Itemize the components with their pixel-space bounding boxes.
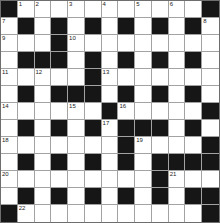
black-cell-0-0 [1,1,18,18]
cell-5-6[interactable] [102,86,119,103]
cell-7-12[interactable] [202,120,219,137]
clue-number-13: 13 [103,69,110,76]
cell-9-8[interactable] [135,154,152,171]
cell-9-2[interactable] [35,154,52,171]
clue-number-2: 2 [36,1,39,8]
cell-12-9[interactable] [152,205,169,222]
clue-number-15: 15 [69,103,76,110]
cell-0-2[interactable]: 2 [35,1,52,18]
clue-number-8: 8 [203,18,206,25]
cell-2-4[interactable]: 10 [68,35,85,52]
clue-number-11: 11 [2,69,8,76]
black-cell-11-3 [51,188,68,205]
cell-6-10[interactable] [169,103,186,120]
cell-0-4[interactable]: 3 [68,1,85,18]
black-cell-9-3 [51,154,68,171]
cell-4-1[interactable] [18,69,35,86]
clue-number-22: 22 [19,205,26,212]
cell-4-9[interactable] [152,69,169,86]
cell-2-2[interactable] [35,35,52,52]
black-cell-9-7 [118,154,135,171]
cell-1-12[interactable]: 8 [202,18,219,35]
cell-11-8[interactable] [135,188,152,205]
crossword-board: 12345678910111213141516171819202122 [0,0,220,223]
clue-number-4: 4 [103,1,106,8]
black-cell-9-9 [152,154,169,171]
cell-3-6[interactable] [102,52,119,69]
black-cell-5-11 [185,86,202,103]
cell-9-4[interactable] [68,154,85,171]
cell-4-8[interactable] [135,69,152,86]
cell-3-10[interactable] [169,52,186,69]
black-cell-5-3 [51,86,68,103]
cell-10-0[interactable]: 20 [1,171,18,188]
black-cell-7-9 [152,120,169,137]
cell-6-1[interactable] [18,103,35,120]
cell-8-5[interactable] [85,137,102,154]
clue-number-19: 19 [136,137,143,144]
cell-10-12[interactable] [202,171,219,188]
clue-number-10: 10 [69,35,76,42]
cell-2-9[interactable] [152,35,169,52]
black-cell-1-7 [118,18,135,35]
clue-number-7: 7 [2,18,5,25]
black-cell-1-5 [85,18,102,35]
cell-10-4[interactable] [68,171,85,188]
clue-number-16: 16 [119,103,126,110]
cell-12-4[interactable] [68,205,85,222]
cell-8-10[interactable] [169,137,186,154]
black-cell-5-7 [118,86,135,103]
cell-6-3[interactable] [51,103,68,120]
black-cell-5-4 [68,86,85,103]
cell-8-3[interactable] [51,137,68,154]
black-cell-5-9 [152,86,169,103]
black-cell-2-3 [51,35,68,52]
cell-10-10[interactable]: 21 [169,171,186,188]
cell-2-7[interactable] [118,35,135,52]
cell-7-6[interactable]: 17 [102,120,119,137]
cell-4-10[interactable] [169,69,186,86]
cell-4-4[interactable] [68,69,85,86]
cell-7-2[interactable] [35,120,52,137]
cell-10-2[interactable] [35,171,52,188]
cell-8-9[interactable] [152,137,169,154]
cell-3-0[interactable] [1,52,18,69]
cell-4-6[interactable]: 13 [102,69,119,86]
black-cell-11-12 [202,188,219,205]
crossword-page: 12345678910111213141516171819202122 [0,0,220,223]
cell-2-11[interactable] [185,35,202,52]
black-cell-3-11 [185,52,202,69]
black-cell-7-5 [85,120,102,137]
black-cell-8-7 [118,137,135,154]
cell-12-1[interactable]: 22 [18,205,35,222]
cell-2-12[interactable] [202,35,219,52]
cell-10-8[interactable] [135,171,152,188]
cell-3-4[interactable] [68,52,85,69]
cell-4-0[interactable]: 11 [1,69,18,86]
cell-12-8[interactable] [135,205,152,222]
cell-7-4[interactable] [68,120,85,137]
cell-6-8[interactable] [135,103,152,120]
cell-7-10[interactable] [169,120,186,137]
cell-8-0[interactable]: 18 [1,137,18,154]
cell-4-12[interactable] [202,69,219,86]
cell-5-10[interactable] [169,86,186,103]
black-cell-11-1 [18,188,35,205]
clue-number-17: 17 [103,120,110,127]
cell-8-1[interactable] [18,137,35,154]
black-cell-1-9 [152,18,169,35]
cell-12-10[interactable] [169,205,186,222]
cell-1-10[interactable] [169,18,186,35]
clue-number-1: 1 [19,1,22,8]
cell-6-0[interactable]: 14 [1,103,18,120]
cell-2-1[interactable] [18,35,35,52]
black-cell-9-10 [169,154,186,171]
black-cell-3-9 [152,52,169,69]
black-cell-0-12 [202,1,219,18]
cell-2-10[interactable] [169,35,186,52]
cell-11-4[interactable] [68,188,85,205]
black-cell-9-12 [202,154,219,171]
cell-9-6[interactable] [102,154,119,171]
black-cell-11-7 [118,188,135,205]
cell-4-11[interactable] [185,69,202,86]
cell-12-11[interactable] [185,205,202,222]
cell-6-11[interactable] [185,103,202,120]
cell-4-7[interactable] [118,69,135,86]
cell-5-12[interactable] [202,86,219,103]
cell-9-0[interactable] [1,154,18,171]
black-cell-3-2 [35,52,52,69]
black-cell-7-3 [51,120,68,137]
cell-12-2[interactable] [35,205,52,222]
cell-2-0[interactable]: 9 [1,35,18,52]
cell-11-6[interactable] [102,188,119,205]
cell-12-3[interactable] [51,205,68,222]
black-cell-7-7 [118,120,135,137]
clue-number-12: 12 [36,69,43,76]
cell-0-8[interactable]: 5 [135,1,152,18]
cell-0-10[interactable]: 6 [169,1,186,18]
cell-11-2[interactable] [35,188,52,205]
clue-number-3: 3 [69,1,72,8]
clue-number-6: 6 [170,1,173,8]
cell-4-3[interactable] [51,69,68,86]
cell-7-0[interactable] [1,120,18,137]
black-cell-6-12 [202,103,219,120]
black-cell-11-11 [185,188,202,205]
black-cell-4-5 [85,69,102,86]
black-cell-12-0 [1,205,18,222]
black-cell-7-1 [18,120,35,137]
cell-3-8[interactable] [135,52,152,69]
cell-5-2[interactable] [35,86,52,103]
black-cell-9-11 [185,154,202,171]
cell-6-4[interactable]: 15 [68,103,85,120]
cell-0-5[interactable] [85,1,102,18]
cell-0-7[interactable] [118,1,135,18]
cell-1-6[interactable] [102,18,119,35]
cell-8-6[interactable] [102,137,119,154]
black-cell-11-5 [85,188,102,205]
black-cell-9-1 [18,154,35,171]
cell-12-6[interactable] [102,205,119,222]
black-cell-9-5 [85,154,102,171]
cell-0-1[interactable]: 1 [18,1,35,18]
black-cell-10-9 [152,171,169,188]
cell-12-7[interactable] [118,205,135,222]
black-cell-11-9 [152,188,169,205]
cell-10-5[interactable] [85,171,102,188]
cell-0-9[interactable] [152,1,169,18]
cell-6-2[interactable] [35,103,52,120]
cell-6-7[interactable]: 16 [118,103,135,120]
cell-8-2[interactable] [35,137,52,154]
clue-number-9: 9 [2,35,5,42]
black-cell-7-11 [185,120,202,137]
black-cell-3-5 [85,52,102,69]
black-cell-12-12 [202,205,219,222]
clue-number-14: 14 [2,103,9,110]
cell-11-0[interactable] [1,188,18,205]
cell-10-6[interactable] [102,171,119,188]
black-cell-3-1 [18,52,35,69]
clue-number-20: 20 [2,171,9,178]
black-cell-3-3 [51,52,68,69]
cell-6-5[interactable] [85,103,102,120]
cell-8-11[interactable] [185,137,202,154]
cell-1-8[interactable] [135,18,152,35]
cell-11-10[interactable] [169,188,186,205]
cell-5-8[interactable] [135,86,152,103]
cell-8-4[interactable] [68,137,85,154]
cell-8-8[interactable]: 19 [135,137,152,154]
cell-4-2[interactable]: 12 [35,69,52,86]
cell-5-0[interactable] [1,86,18,103]
cell-1-0[interactable]: 7 [1,18,18,35]
black-cell-3-7 [118,52,135,69]
cell-10-3[interactable] [51,171,68,188]
black-cell-1-3 [51,18,68,35]
cell-10-11[interactable] [185,171,202,188]
cell-2-5[interactable] [85,35,102,52]
cell-0-6[interactable]: 4 [102,1,119,18]
black-cell-5-5 [85,86,102,103]
black-cell-1-11 [185,18,202,35]
cell-12-5[interactable] [85,205,102,222]
cell-2-8[interactable] [135,35,152,52]
black-cell-8-12 [202,137,219,154]
cell-3-12[interactable] [202,52,219,69]
black-cell-5-1 [18,86,35,103]
black-cell-1-1 [18,18,35,35]
black-cell-7-8 [135,120,152,137]
cell-1-4[interactable] [68,18,85,35]
cell-10-1[interactable] [18,171,35,188]
clue-number-21: 21 [170,171,177,178]
cell-6-9[interactable] [152,103,169,120]
clue-number-18: 18 [2,137,9,144]
cell-1-2[interactable] [35,18,52,35]
clue-number-5: 5 [136,1,139,8]
cell-0-11[interactable] [185,1,202,18]
cell-0-3[interactable] [51,1,68,18]
cell-10-7[interactable] [118,171,135,188]
black-cell-6-6 [102,103,119,120]
cell-2-6[interactable] [102,35,119,52]
